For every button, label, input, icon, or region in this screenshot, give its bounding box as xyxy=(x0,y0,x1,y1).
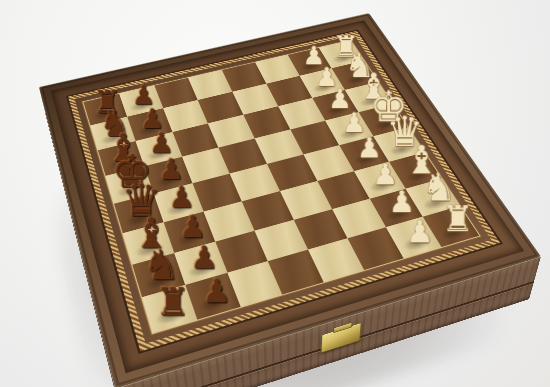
white-rook-a1: ♜ xyxy=(442,200,474,236)
clasp-tab xyxy=(333,321,353,332)
black-pawn-a7: ♟ xyxy=(202,275,231,307)
black-pawn-d7: ♟ xyxy=(168,182,194,211)
black-rook-a8: ♜ xyxy=(156,282,191,321)
photo-scene: ♜♟♟♜♞♟♟♞♝♟♟♝♚♟♟♚♛♟♟♛♝♟♟♝♞♟♟♞♜♟♟♜ xyxy=(0,0,550,387)
black-pawn-b7: ♟ xyxy=(190,242,218,273)
chess-case: ♜♟♟♜♞♟♟♞♝♟♟♝♚♟♟♚♛♟♟♛♝♟♟♝♞♟♟♞♜♟♟♜ xyxy=(39,13,541,387)
white-pawn-a2: ♟ xyxy=(406,217,433,248)
brass-clasp xyxy=(321,322,362,353)
black-pawn-c7: ♟ xyxy=(179,211,206,241)
chess-board: ♜♟♟♜♞♟♟♞♝♟♟♝♚♟♟♚♛♟♟♛♝♟♟♝♞♟♟♞♜♟♟♜ xyxy=(83,40,479,332)
pinstripe-border: ♜♟♟♜♞♟♟♞♝♟♟♝♚♟♟♚♛♟♟♛♝♟♟♝♞♟♟♞♜♟♟♜ xyxy=(81,39,482,335)
white-pawn-b2: ♟ xyxy=(389,187,416,217)
